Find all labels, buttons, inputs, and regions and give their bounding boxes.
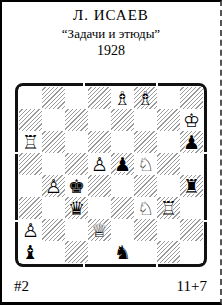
square-a6: ♜♖ <box>19 131 42 153</box>
square-f1 <box>134 241 157 263</box>
square-h8 <box>180 87 203 109</box>
white-queen-d2: ♛♕ <box>88 219 111 241</box>
square-c6 <box>65 131 88 153</box>
black-pawn-h6: ♟ <box>180 131 203 153</box>
white-knight-f3: ♞♘ <box>134 197 157 219</box>
author-name: Л. ИСАЕВ <box>2 6 220 25</box>
material-count-label: 11+7 <box>177 278 207 295</box>
white-knight-f5: ♞♘ <box>134 153 157 175</box>
chess-board: ♝♗♝♗♚♔♜♖♟♟♙♟♞♘♟♙♚♜♛♞♘♜♖♟♙♛♕♝♞ <box>15 83 207 267</box>
white-bishop-f8: ♝♗ <box>134 87 157 109</box>
square-c2 <box>65 219 88 241</box>
border-tick <box>15 220 18 222</box>
square-e7 <box>111 109 134 131</box>
square-h3 <box>180 197 203 219</box>
border-tick <box>156 83 158 86</box>
square-e1: ♞ <box>111 241 134 263</box>
square-e4 <box>111 175 134 197</box>
square-g6 <box>157 131 180 153</box>
black-queen-c3: ♛ <box>65 197 88 219</box>
black-bishop-a1: ♝ <box>19 241 42 263</box>
square-a2: ♟♙ <box>19 219 42 241</box>
square-d5: ♟♙ <box>88 153 111 175</box>
square-d2: ♛♕ <box>88 219 111 241</box>
square-c8 <box>65 87 88 109</box>
square-g4 <box>157 175 180 197</box>
white-pawn-a2: ♟♙ <box>19 219 42 241</box>
white-king-h7: ♚♔ <box>180 109 203 131</box>
square-b7 <box>42 109 65 131</box>
white-rook-g3: ♜♖ <box>157 197 180 219</box>
square-g8 <box>157 87 180 109</box>
square-a8 <box>19 87 42 109</box>
square-g3: ♜♖ <box>157 197 180 219</box>
square-b5 <box>42 153 65 175</box>
border-tick <box>15 152 18 154</box>
square-b6 <box>42 131 65 153</box>
white-pawn-b4: ♟♙ <box>42 175 65 197</box>
border-tick <box>83 264 85 267</box>
black-pawn-e5: ♟ <box>111 153 134 175</box>
square-g5 <box>157 153 180 175</box>
square-f3: ♞♘ <box>134 197 157 219</box>
square-f6 <box>134 131 157 153</box>
square-g2 <box>157 219 180 241</box>
black-rook-h4: ♜ <box>180 175 203 197</box>
square-c4: ♚ <box>65 175 88 197</box>
square-d8 <box>88 87 111 109</box>
square-a5 <box>19 153 42 175</box>
publication-year: 1928 <box>2 42 220 60</box>
source-title: “Задачи и этюды” <box>2 25 220 42</box>
square-h7: ♚♔ <box>180 109 203 131</box>
white-bishop-e8: ♝♗ <box>111 87 134 109</box>
square-h2 <box>180 219 203 241</box>
border-tick <box>204 220 207 222</box>
diagram-header: Л. ИСАЕВ “Задачи и этюды” 1928 <box>2 2 220 60</box>
square-e8: ♝♗ <box>111 87 134 109</box>
square-e5: ♟ <box>111 153 134 175</box>
black-king-c4: ♚ <box>65 175 88 197</box>
square-f5: ♞♘ <box>134 153 157 175</box>
square-b3 <box>42 197 65 219</box>
square-f4 <box>134 175 157 197</box>
border-tick <box>83 83 85 86</box>
square-g1 <box>157 241 180 263</box>
white-rook-a6: ♜♖ <box>19 131 42 153</box>
square-e2 <box>111 219 134 241</box>
diagram-footer: #2 11+7 <box>2 278 220 295</box>
square-a1: ♝ <box>19 241 42 263</box>
square-d4 <box>88 175 111 197</box>
square-h5 <box>180 153 203 175</box>
stipulation-label: #2 <box>14 278 29 295</box>
square-c3: ♛ <box>65 197 88 219</box>
border-tick <box>156 264 158 267</box>
square-f2 <box>134 219 157 241</box>
square-g7 <box>157 109 180 131</box>
square-f7 <box>134 109 157 131</box>
square-h6: ♟ <box>180 131 203 153</box>
square-a3 <box>19 197 42 219</box>
black-knight-e1: ♞ <box>111 241 134 263</box>
square-b2 <box>42 219 65 241</box>
square-b1 <box>42 241 65 263</box>
diagram-page: Л. ИСАЕВ “Задачи и этюды” 1928 ♝♗♝♗♚♔♜♖♟… <box>0 0 222 305</box>
square-c5 <box>65 153 88 175</box>
square-b4: ♟♙ <box>42 175 65 197</box>
square-e3 <box>111 197 134 219</box>
square-d7 <box>88 109 111 131</box>
square-d6 <box>88 131 111 153</box>
square-a4 <box>19 175 42 197</box>
square-e6 <box>111 131 134 153</box>
square-b8 <box>42 87 65 109</box>
border-tick <box>204 152 207 154</box>
square-f8: ♝♗ <box>134 87 157 109</box>
white-pawn-d5: ♟♙ <box>88 153 111 175</box>
square-c7 <box>65 109 88 131</box>
square-h4: ♜ <box>180 175 203 197</box>
square-a7 <box>19 109 42 131</box>
square-h1 <box>180 241 203 263</box>
square-d3 <box>88 197 111 219</box>
board-grid: ♝♗♝♗♚♔♜♖♟♟♙♟♞♘♟♙♚♜♛♞♘♜♖♟♙♛♕♝♞ <box>19 87 203 263</box>
square-c1 <box>65 241 88 263</box>
square-d1 <box>88 241 111 263</box>
